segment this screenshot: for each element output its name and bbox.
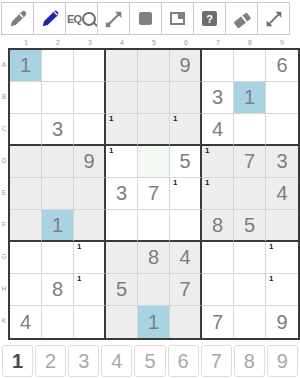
cell-value: 4 <box>212 118 223 141</box>
cell-F2[interactable]: 1 <box>42 210 74 242</box>
cell-E9[interactable]: 4 <box>266 178 298 210</box>
cell-D6[interactable]: 5 <box>170 146 202 178</box>
cell-F1[interactable] <box>10 210 42 242</box>
cell-C6[interactable]: 1 <box>170 114 202 146</box>
cell-B5[interactable] <box>138 82 170 114</box>
cell-E2[interactable] <box>42 178 74 210</box>
corner-square-icon <box>170 12 185 25</box>
cell-G7[interactable] <box>202 242 234 274</box>
cell-C8[interactable] <box>234 114 266 146</box>
cell-value: 5 <box>179 150 190 173</box>
row-label-F: F <box>0 208 8 240</box>
expand-arrows-icon <box>263 8 285 30</box>
cell-value: 7 <box>179 278 190 301</box>
cell-value: 8 <box>148 246 159 269</box>
sudoku-board-area: 123456789 ABCDEFGHK 19631311491517337114… <box>0 38 300 340</box>
pencil-mark: 1 <box>173 179 177 187</box>
sudoku-grid: 196313114915173371141851841815714179 <box>8 48 300 340</box>
cell-E3[interactable] <box>74 178 106 210</box>
cell-E8[interactable] <box>234 178 266 210</box>
cell-value: 1 <box>148 311 159 334</box>
cell-D1[interactable] <box>10 146 42 178</box>
cell-C9[interactable] <box>266 114 298 146</box>
cell-G2[interactable] <box>42 242 74 274</box>
cell-K4[interactable] <box>106 306 138 338</box>
cell-value: 1 <box>52 214 63 237</box>
cell-D9[interactable]: 3 <box>266 146 298 178</box>
cell-A4[interactable] <box>106 50 138 82</box>
filled-square-icon <box>139 12 152 25</box>
cell-E4[interactable]: 3 <box>106 178 138 210</box>
cell-value: 3 <box>212 86 223 109</box>
cell-D2[interactable] <box>42 146 74 178</box>
cell-D8[interactable]: 7 <box>234 146 266 178</box>
cell-H1[interactable] <box>10 274 42 306</box>
col-label-2: 2 <box>42 38 74 48</box>
pencil-mark: 1 <box>205 147 209 155</box>
cell-A8[interactable] <box>234 50 266 82</box>
cell-B2[interactable] <box>42 82 74 114</box>
pencil-mark: 1 <box>205 179 209 187</box>
cell-B7[interactable]: 3 <box>202 82 234 114</box>
pen-icon <box>7 8 29 30</box>
cell-B1[interactable] <box>10 82 42 114</box>
cell-value: 6 <box>276 54 287 77</box>
cell-A7[interactable] <box>202 50 234 82</box>
pencil-icon <box>39 8 61 30</box>
cell-value: 4 <box>276 182 287 205</box>
col-label-1: 1 <box>10 38 42 48</box>
cell-A5[interactable] <box>138 50 170 82</box>
cell-G8[interactable] <box>234 242 266 274</box>
eraser-button[interactable] <box>225 2 258 35</box>
cell-F8[interactable]: 5 <box>234 210 266 242</box>
pencil-mark: 1 <box>77 275 81 283</box>
cell-F3[interactable] <box>74 210 106 242</box>
cell-K3[interactable] <box>74 306 106 338</box>
cell-value: 5 <box>244 214 255 237</box>
col-label-4: 4 <box>106 38 138 48</box>
numpad-2[interactable]: 2 <box>35 345 66 377</box>
cell-value: 3 <box>276 150 287 173</box>
cell-G9[interactable]: 1 <box>266 242 298 274</box>
cell-K7[interactable]: 7 <box>202 306 234 338</box>
row-labels: ABCDEFGHK <box>0 48 8 340</box>
cell-B6[interactable] <box>170 82 202 114</box>
cell-value: 4 <box>20 311 31 334</box>
cell-G3[interactable]: 1 <box>74 242 106 274</box>
toolbar: EQ ? <box>0 0 300 35</box>
cell-E1[interactable] <box>10 178 42 210</box>
column-labels: 123456789 <box>10 38 300 48</box>
cell-value: 1 <box>244 86 255 109</box>
cell-value: 8 <box>52 278 63 301</box>
numpad-1[interactable]: 1 <box>2 345 33 377</box>
help-button[interactable]: ? <box>193 2 226 35</box>
pencil-mark: 1 <box>77 243 81 251</box>
cell-value: 7 <box>212 311 223 334</box>
line-arrow-icon <box>103 8 125 30</box>
numpad-7[interactable]: 7 <box>201 345 232 377</box>
cell-value: 7 <box>244 150 255 173</box>
cell-A1[interactable]: 1 <box>10 50 42 82</box>
col-label-5: 5 <box>138 38 170 48</box>
cell-A3[interactable] <box>74 50 106 82</box>
cell-H9[interactable]: 1 <box>266 274 298 306</box>
cell-K2[interactable] <box>42 306 74 338</box>
cell-H8[interactable] <box>234 274 266 306</box>
number-pad: 123456789 <box>0 345 300 377</box>
cell-A2[interactable] <box>42 50 74 82</box>
search-icon: EQ <box>67 12 96 26</box>
numpad-3[interactable]: 3 <box>68 345 99 377</box>
cell-K5[interactable]: 1 <box>138 306 170 338</box>
col-label-3: 3 <box>74 38 106 48</box>
cell-G5[interactable]: 8 <box>138 242 170 274</box>
cell-F4[interactable] <box>106 210 138 242</box>
cell-value: 9 <box>179 54 190 77</box>
pencil-mark: 1 <box>269 243 273 251</box>
cell-E5[interactable]: 7 <box>138 178 170 210</box>
pen-button[interactable] <box>1 2 34 35</box>
numpad-6[interactable]: 6 <box>168 345 199 377</box>
cell-C7[interactable]: 4 <box>202 114 234 146</box>
row-label-H: H <box>0 272 8 304</box>
cell-F7[interactable]: 8 <box>202 210 234 242</box>
pencil-button[interactable] <box>33 2 66 35</box>
numpad-8[interactable]: 8 <box>234 345 265 377</box>
corner-mark-button[interactable] <box>161 2 194 35</box>
cell-value: 1 <box>20 54 31 77</box>
pencil-mark: 1 <box>173 115 177 123</box>
cell-B4[interactable] <box>106 82 138 114</box>
cell-value: 8 <box>212 214 223 237</box>
cell-G6[interactable]: 4 <box>170 242 202 274</box>
pencil-mark: 1 <box>109 115 113 123</box>
cell-D5[interactable] <box>138 146 170 178</box>
cell-B8[interactable]: 1 <box>234 82 266 114</box>
row-label-B: B <box>0 80 8 112</box>
question-mark-icon: ? <box>202 11 217 26</box>
cell-H3[interactable]: 1 <box>74 274 106 306</box>
row-label-G: G <box>0 240 8 272</box>
cell-K8[interactable] <box>234 306 266 338</box>
cell-K9[interactable]: 9 <box>266 306 298 338</box>
cell-F6[interactable] <box>170 210 202 242</box>
row-label-E: E <box>0 176 8 208</box>
pencil-mark: 1 <box>109 147 113 155</box>
cell-H5[interactable] <box>138 274 170 306</box>
cell-D4[interactable]: 1 <box>106 146 138 178</box>
cell-A9[interactable]: 6 <box>266 50 298 82</box>
cell-G4[interactable] <box>106 242 138 274</box>
cell-C4[interactable]: 1 <box>106 114 138 146</box>
cell-D3[interactable]: 9 <box>74 146 106 178</box>
cell-A6[interactable]: 9 <box>170 50 202 82</box>
numpad-9[interactable]: 9 <box>267 345 298 377</box>
row-label-K: K <box>0 304 8 336</box>
cell-C1[interactable] <box>10 114 42 146</box>
cell-value: 3 <box>116 182 127 205</box>
cell-G1[interactable] <box>10 242 42 274</box>
cell-B9[interactable] <box>266 82 298 114</box>
cell-H6[interactable]: 7 <box>170 274 202 306</box>
cell-H7[interactable] <box>202 274 234 306</box>
col-label-9: 9 <box>266 38 298 48</box>
cell-E6[interactable]: 1 <box>170 178 202 210</box>
numpad-5[interactable]: 5 <box>134 345 165 377</box>
col-label-8: 8 <box>234 38 266 48</box>
cell-H2[interactable]: 8 <box>42 274 74 306</box>
col-label-6: 6 <box>170 38 202 48</box>
cell-E7[interactable]: 1 <box>202 178 234 210</box>
cell-value: 4 <box>179 246 190 269</box>
square-button[interactable] <box>129 2 162 35</box>
cell-F5[interactable] <box>138 210 170 242</box>
cell-F9[interactable] <box>266 210 298 242</box>
col-label-7: 7 <box>202 38 234 48</box>
fullscreen-button[interactable] <box>257 2 290 35</box>
link-button[interactable] <box>97 2 130 35</box>
cell-value: 3 <box>52 118 63 141</box>
cell-value: 5 <box>116 278 127 301</box>
cell-C5[interactable] <box>138 114 170 146</box>
cell-value: 9 <box>276 311 287 334</box>
numpad-4[interactable]: 4 <box>101 345 132 377</box>
cell-C3[interactable] <box>74 114 106 146</box>
cell-value: 9 <box>83 150 94 173</box>
cell-D7[interactable]: 1 <box>202 146 234 178</box>
row-label-D: D <box>0 144 8 176</box>
cell-C2[interactable]: 3 <box>42 114 74 146</box>
row-label-A: A <box>0 48 8 80</box>
row-label-C: C <box>0 112 8 144</box>
cell-value: 7 <box>148 182 159 205</box>
cell-H4[interactable]: 5 <box>106 274 138 306</box>
cell-K1[interactable]: 4 <box>10 306 42 338</box>
find-button[interactable]: EQ <box>65 2 98 35</box>
eraser-icon <box>231 8 253 30</box>
cell-B3[interactable] <box>74 82 106 114</box>
pencil-mark: 1 <box>269 275 273 283</box>
cell-K6[interactable] <box>170 306 202 338</box>
